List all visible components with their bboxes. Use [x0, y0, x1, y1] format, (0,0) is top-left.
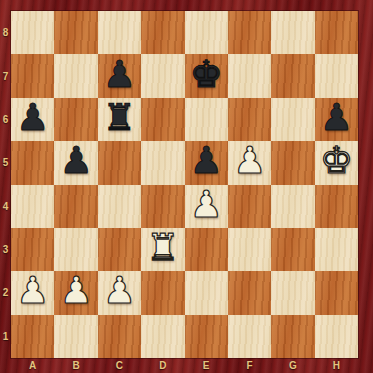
square-f6[interactable] — [228, 98, 271, 141]
square-a7[interactable] — [11, 54, 54, 97]
rank-label-5: 5 — [0, 141, 11, 184]
white-king[interactable]: ♚ — [320, 142, 353, 179]
square-d7[interactable] — [141, 54, 184, 97]
square-a2[interactable]: ♟ — [11, 271, 54, 314]
black-king[interactable]: ♚ — [190, 56, 223, 93]
square-d8[interactable] — [141, 11, 184, 54]
square-e7[interactable]: ♚ — [185, 54, 228, 97]
square-g8[interactable] — [271, 11, 314, 54]
square-f7[interactable] — [228, 54, 271, 97]
square-e5[interactable]: ♟ — [185, 141, 228, 184]
file-label-h: H — [315, 358, 358, 373]
square-c2[interactable]: ♟ — [98, 271, 141, 314]
square-d2[interactable] — [141, 271, 184, 314]
file-label-g: G — [271, 358, 314, 373]
rank-label-2: 2 — [0, 271, 11, 314]
square-b8[interactable] — [54, 11, 97, 54]
black-pawn[interactable]: ♟ — [103, 56, 136, 93]
square-g5[interactable] — [271, 141, 314, 184]
black-rook[interactable]: ♜ — [103, 99, 136, 136]
square-g3[interactable] — [271, 228, 314, 271]
square-b3[interactable] — [54, 228, 97, 271]
black-pawn[interactable]: ♟ — [59, 142, 92, 179]
square-f8[interactable] — [228, 11, 271, 54]
rank-label-1: 1 — [0, 315, 11, 358]
rank-labels: 87654321 — [0, 11, 11, 358]
black-pawn[interactable]: ♟ — [190, 142, 223, 179]
square-b7[interactable] — [54, 54, 97, 97]
square-e1[interactable] — [185, 315, 228, 358]
white-rook[interactable]: ♜ — [146, 229, 179, 266]
square-e2[interactable] — [185, 271, 228, 314]
black-pawn[interactable]: ♟ — [320, 99, 353, 136]
square-f5[interactable]: ♟ — [228, 141, 271, 184]
square-b6[interactable] — [54, 98, 97, 141]
chess-board: ♟♚♟♜♟♟♟♟♚♟♜♟♟♟ — [11, 11, 358, 358]
square-d3[interactable]: ♜ — [141, 228, 184, 271]
white-pawn[interactable]: ♟ — [190, 186, 223, 223]
square-d1[interactable] — [141, 315, 184, 358]
square-e8[interactable] — [185, 11, 228, 54]
square-a1[interactable] — [11, 315, 54, 358]
file-label-f: F — [228, 358, 271, 373]
file-labels: ABCDEFGH — [11, 358, 358, 373]
square-g1[interactable] — [271, 315, 314, 358]
file-label-d: D — [141, 358, 184, 373]
square-a6[interactable]: ♟ — [11, 98, 54, 141]
rank-label-3: 3 — [0, 228, 11, 271]
square-h3[interactable] — [315, 228, 358, 271]
rank-label-8: 8 — [0, 11, 11, 54]
square-a3[interactable] — [11, 228, 54, 271]
square-d6[interactable] — [141, 98, 184, 141]
board-frame: 87654321 ♟♚♟♜♟♟♟♟♚♟♜♟♟♟ ABCDEFGH — [0, 0, 373, 373]
square-a4[interactable] — [11, 185, 54, 228]
square-h2[interactable] — [315, 271, 358, 314]
square-b5[interactable]: ♟ — [54, 141, 97, 184]
square-f4[interactable] — [228, 185, 271, 228]
square-d4[interactable] — [141, 185, 184, 228]
square-d5[interactable] — [141, 141, 184, 184]
square-b2[interactable]: ♟ — [54, 271, 97, 314]
square-c3[interactable] — [98, 228, 141, 271]
square-h8[interactable] — [315, 11, 358, 54]
square-c6[interactable]: ♜ — [98, 98, 141, 141]
rank-label-6: 6 — [0, 98, 11, 141]
file-label-c: C — [98, 358, 141, 373]
white-pawn[interactable]: ♟ — [59, 272, 92, 309]
square-h6[interactable]: ♟ — [315, 98, 358, 141]
square-a8[interactable] — [11, 11, 54, 54]
square-c5[interactable] — [98, 141, 141, 184]
square-e4[interactable]: ♟ — [185, 185, 228, 228]
square-h1[interactable] — [315, 315, 358, 358]
square-a5[interactable] — [11, 141, 54, 184]
square-f3[interactable] — [228, 228, 271, 271]
white-pawn[interactable]: ♟ — [103, 272, 136, 309]
square-g2[interactable] — [271, 271, 314, 314]
white-pawn[interactable]: ♟ — [233, 142, 266, 179]
file-label-e: E — [185, 358, 228, 373]
square-e3[interactable] — [185, 228, 228, 271]
square-g6[interactable] — [271, 98, 314, 141]
white-pawn[interactable]: ♟ — [16, 272, 49, 309]
square-g7[interactable] — [271, 54, 314, 97]
square-f1[interactable] — [228, 315, 271, 358]
rank-label-7: 7 — [0, 54, 11, 97]
square-h4[interactable] — [315, 185, 358, 228]
square-e6[interactable] — [185, 98, 228, 141]
square-c4[interactable] — [98, 185, 141, 228]
square-c7[interactable]: ♟ — [98, 54, 141, 97]
rank-label-4: 4 — [0, 185, 11, 228]
file-label-b: B — [54, 358, 97, 373]
square-g4[interactable] — [271, 185, 314, 228]
square-c1[interactable] — [98, 315, 141, 358]
square-f2[interactable] — [228, 271, 271, 314]
square-b1[interactable] — [54, 315, 97, 358]
square-h7[interactable] — [315, 54, 358, 97]
square-h5[interactable]: ♚ — [315, 141, 358, 184]
square-c8[interactable] — [98, 11, 141, 54]
square-b4[interactable] — [54, 185, 97, 228]
black-pawn[interactable]: ♟ — [16, 99, 49, 136]
file-label-a: A — [11, 358, 54, 373]
